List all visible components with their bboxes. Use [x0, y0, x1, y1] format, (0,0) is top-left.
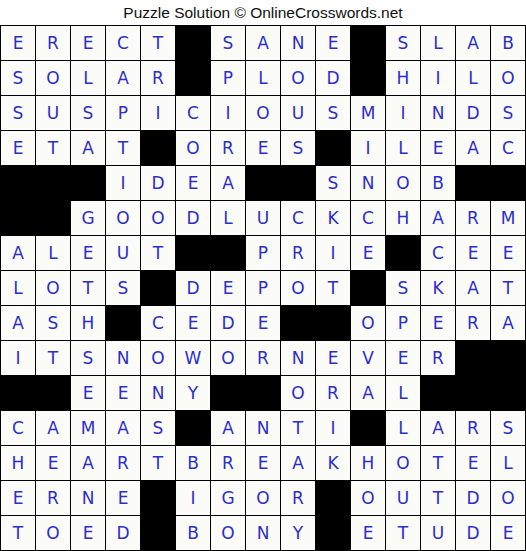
letter-cell: Y — [176, 376, 210, 410]
letter-cell: O — [351, 306, 385, 340]
block-cell — [351, 26, 385, 60]
letter-cell: E — [491, 236, 525, 270]
letter-cell: T — [316, 271, 350, 305]
block-cell — [316, 481, 350, 515]
letter-cell: C — [421, 236, 455, 270]
letter-cell: E — [106, 481, 140, 515]
letter-cell: E — [71, 516, 105, 550]
block-cell — [176, 411, 210, 445]
block-cell — [351, 411, 385, 445]
letter-cell: S — [36, 306, 70, 340]
letter-cell: C — [491, 131, 525, 165]
letter-cell: O — [36, 516, 70, 550]
puzzle-solution-page: Puzzle Solution © OnlineCrosswords.net E… — [0, 0, 526, 551]
letter-cell: N — [351, 166, 385, 200]
letter-cell: O — [36, 61, 70, 95]
letter-cell: E — [456, 236, 490, 270]
letter-cell: S — [491, 96, 525, 130]
block-cell — [211, 376, 245, 410]
letter-cell: P — [246, 271, 280, 305]
letter-cell: C — [176, 96, 210, 130]
block-cell — [1, 201, 35, 235]
letter-cell: E — [36, 446, 70, 480]
letter-cell: D — [316, 61, 350, 95]
letter-cell: E — [316, 26, 350, 60]
letter-cell: D — [456, 96, 490, 130]
letter-cell: L — [386, 411, 420, 445]
letter-cell: A — [456, 26, 490, 60]
letter-cell: S — [1, 96, 35, 130]
letter-cell: K — [316, 201, 350, 235]
letter-cell: H — [386, 61, 420, 95]
letter-cell: A — [36, 411, 70, 445]
letter-cell: A — [1, 306, 35, 340]
letter-cell: N — [421, 96, 455, 130]
letter-cell: I — [351, 131, 385, 165]
letter-cell: E — [246, 306, 280, 340]
letter-cell: O — [281, 61, 315, 95]
letter-cell: R — [211, 131, 245, 165]
block-cell — [176, 236, 210, 270]
page-title: Puzzle Solution © OnlineCrosswords.net — [0, 0, 526, 25]
letter-cell: E — [456, 446, 490, 480]
block-cell — [36, 201, 70, 235]
letter-cell: H — [1, 446, 35, 480]
letter-cell: O — [246, 96, 280, 130]
block-cell — [106, 306, 140, 340]
letter-cell: H — [71, 306, 105, 340]
letter-cell: D — [106, 516, 140, 550]
letter-cell: H — [386, 201, 420, 235]
letter-cell: O — [176, 131, 210, 165]
block-cell — [351, 61, 385, 95]
letter-cell: O — [281, 271, 315, 305]
block-cell — [141, 516, 175, 550]
letter-cell: A — [491, 306, 525, 340]
letter-cell: S — [1, 61, 35, 95]
letter-cell: E — [491, 516, 525, 550]
letter-cell: M — [351, 96, 385, 130]
letter-cell: O — [386, 166, 420, 200]
letter-cell: P — [246, 236, 280, 270]
letter-cell: A — [421, 201, 455, 235]
letter-cell: E — [176, 306, 210, 340]
letter-cell: O — [281, 376, 315, 410]
letter-cell: E — [386, 341, 420, 375]
block-cell — [316, 131, 350, 165]
block-cell — [281, 166, 315, 200]
block-cell — [1, 166, 35, 200]
letter-cell: H — [351, 446, 385, 480]
letter-cell: A — [1, 236, 35, 270]
letter-cell: G — [71, 201, 105, 235]
letter-cell: C — [351, 201, 385, 235]
block-cell — [456, 341, 490, 375]
letter-cell: B — [491, 26, 525, 60]
block-cell — [141, 131, 175, 165]
letter-cell: R — [106, 446, 140, 480]
letter-cell: A — [71, 131, 105, 165]
block-cell — [36, 376, 70, 410]
letter-cell: R — [316, 376, 350, 410]
letter-cell: E — [211, 271, 245, 305]
letter-cell: U — [36, 96, 70, 130]
letter-cell: E — [316, 341, 350, 375]
block-cell — [141, 271, 175, 305]
letter-cell: R — [211, 446, 245, 480]
letter-cell: I — [176, 481, 210, 515]
letter-cell: M — [491, 201, 525, 235]
letter-cell: N — [246, 411, 280, 445]
block-cell — [176, 26, 210, 60]
block-cell — [246, 166, 280, 200]
letter-cell: T — [106, 131, 140, 165]
letter-cell: N — [141, 376, 175, 410]
block-cell — [491, 341, 525, 375]
letter-cell: E — [71, 376, 105, 410]
letter-cell: A — [351, 376, 385, 410]
letter-cell: M — [71, 411, 105, 445]
letter-cell: S — [141, 411, 175, 445]
letter-cell: C — [106, 26, 140, 60]
letter-cell: E — [1, 26, 35, 60]
letter-cell: A — [211, 411, 245, 445]
letter-cell: I — [386, 96, 420, 130]
letter-cell: L — [246, 61, 280, 95]
letter-cell: S — [281, 131, 315, 165]
letter-cell: O — [491, 61, 525, 95]
letter-cell: B — [176, 516, 210, 550]
block-cell — [316, 516, 350, 550]
letter-cell: R — [36, 26, 70, 60]
letter-cell: L — [491, 446, 525, 480]
letter-cell: L — [71, 61, 105, 95]
letter-cell: P — [386, 306, 420, 340]
letter-cell: S — [316, 96, 350, 130]
letter-cell: R — [281, 236, 315, 270]
letter-cell: N — [281, 26, 315, 60]
letter-cell: C — [1, 411, 35, 445]
letter-cell: L — [386, 376, 420, 410]
letter-cell: T — [386, 516, 420, 550]
letter-cell: A — [106, 61, 140, 95]
letter-cell: T — [281, 411, 315, 445]
letter-cell: B — [176, 446, 210, 480]
letter-cell: A — [106, 411, 140, 445]
crossword-grid: ERECTSANESLABSOLARPLODHILOSUSPICIOUSMIND… — [0, 25, 526, 551]
letter-cell: E — [351, 516, 385, 550]
letter-cell: R — [456, 306, 490, 340]
block-cell — [176, 61, 210, 95]
letter-cell: A — [281, 446, 315, 480]
letter-cell: S — [106, 271, 140, 305]
letter-cell: N — [281, 341, 315, 375]
block-cell — [141, 481, 175, 515]
letter-cell: D — [141, 166, 175, 200]
letter-cell: I — [421, 61, 455, 95]
letter-cell: A — [71, 446, 105, 480]
letter-cell: O — [211, 341, 245, 375]
letter-cell: A — [421, 411, 455, 445]
letter-cell: A — [456, 131, 490, 165]
letter-cell: N — [246, 516, 280, 550]
letter-cell: S — [386, 26, 420, 60]
letter-cell: D — [176, 201, 210, 235]
letter-cell: O — [246, 481, 280, 515]
letter-cell: W — [176, 341, 210, 375]
letter-cell: D — [211, 306, 245, 340]
letter-cell: R — [456, 201, 490, 235]
letter-cell: R — [246, 341, 280, 375]
letter-cell: S — [71, 96, 105, 130]
block-cell — [316, 306, 350, 340]
letter-cell: A — [246, 26, 280, 60]
letter-cell: L — [211, 201, 245, 235]
letter-cell: L — [36, 236, 70, 270]
letter-cell: P — [211, 61, 245, 95]
letter-cell: D — [456, 481, 490, 515]
letter-cell: S — [71, 341, 105, 375]
letter-cell: O — [211, 516, 245, 550]
letter-cell: T — [36, 341, 70, 375]
letter-cell: O — [36, 271, 70, 305]
letter-cell: E — [71, 236, 105, 270]
letter-cell: E — [421, 306, 455, 340]
letter-cell: K — [421, 271, 455, 305]
block-cell — [281, 306, 315, 340]
letter-cell: A — [456, 271, 490, 305]
letter-cell: L — [456, 61, 490, 95]
letter-cell: D — [456, 516, 490, 550]
letter-cell: S — [316, 166, 350, 200]
letter-cell: I — [211, 96, 245, 130]
block-cell — [1, 376, 35, 410]
block-cell — [351, 271, 385, 305]
block-cell — [491, 166, 525, 200]
letter-cell: T — [1, 516, 35, 550]
letter-cell: I — [316, 236, 350, 270]
letter-cell: R — [36, 481, 70, 515]
letter-cell: R — [281, 481, 315, 515]
letter-cell: U — [106, 236, 140, 270]
letter-cell: O — [491, 481, 525, 515]
block-cell — [36, 166, 70, 200]
letter-cell: E — [246, 131, 280, 165]
letter-cell: U — [246, 201, 280, 235]
letter-cell: O — [141, 341, 175, 375]
letter-cell: K — [316, 446, 350, 480]
letter-cell: O — [351, 481, 385, 515]
letter-cell: U — [281, 96, 315, 130]
letter-cell: D — [176, 271, 210, 305]
letter-cell: T — [491, 271, 525, 305]
letter-cell: I — [106, 166, 140, 200]
letter-cell: U — [421, 516, 455, 550]
letter-cell: T — [141, 236, 175, 270]
block-cell — [491, 376, 525, 410]
letter-cell: L — [386, 131, 420, 165]
block-cell — [71, 166, 105, 200]
letter-cell: C — [141, 306, 175, 340]
block-cell — [456, 166, 490, 200]
letter-cell: T — [36, 131, 70, 165]
letter-cell: S — [491, 411, 525, 445]
letter-cell: E — [176, 166, 210, 200]
letter-cell: B — [421, 166, 455, 200]
letter-cell: R — [456, 411, 490, 445]
block-cell — [211, 236, 245, 270]
block-cell — [421, 376, 455, 410]
letter-cell: L — [1, 271, 35, 305]
block-cell — [246, 376, 280, 410]
letter-cell: G — [211, 481, 245, 515]
letter-cell: N — [71, 481, 105, 515]
letter-cell: T — [141, 26, 175, 60]
letter-cell: O — [386, 446, 420, 480]
letter-cell: L — [421, 26, 455, 60]
letter-cell: O — [141, 201, 175, 235]
letter-cell: T — [141, 446, 175, 480]
letter-cell: T — [421, 481, 455, 515]
letter-cell: P — [106, 96, 140, 130]
letter-cell: C — [281, 201, 315, 235]
block-cell — [456, 376, 490, 410]
letter-cell: T — [421, 446, 455, 480]
letter-cell: Y — [281, 516, 315, 550]
letter-cell: E — [246, 446, 280, 480]
letter-cell: S — [211, 26, 245, 60]
letter-cell: E — [71, 26, 105, 60]
letter-cell: U — [386, 481, 420, 515]
letter-cell: I — [1, 341, 35, 375]
letter-cell: I — [316, 411, 350, 445]
letter-cell: O — [106, 201, 140, 235]
letter-cell: A — [211, 166, 245, 200]
letter-cell: T — [71, 271, 105, 305]
letter-cell: E — [106, 376, 140, 410]
block-cell — [386, 236, 420, 270]
letter-cell: V — [351, 341, 385, 375]
letter-cell: I — [141, 96, 175, 130]
letter-cell: N — [106, 341, 140, 375]
letter-cell: R — [421, 341, 455, 375]
letter-cell: E — [1, 481, 35, 515]
letter-cell: E — [1, 131, 35, 165]
letter-cell: E — [421, 131, 455, 165]
letter-cell: E — [351, 236, 385, 270]
letter-cell: R — [141, 61, 175, 95]
letter-cell: S — [386, 271, 420, 305]
